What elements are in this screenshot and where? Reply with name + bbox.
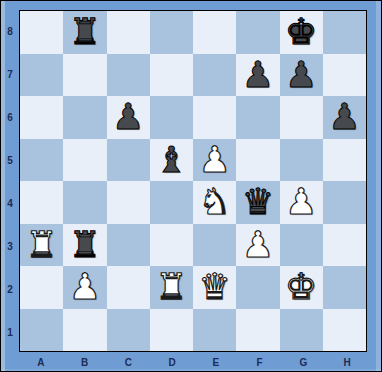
white-knight-icon: ♞	[198, 181, 230, 223]
square-h2[interactable]	[323, 266, 366, 309]
rank-label-2: 2	[1, 268, 19, 311]
square-d6[interactable]	[150, 96, 193, 139]
square-b6[interactable]	[63, 96, 106, 139]
square-a6[interactable]	[20, 96, 63, 139]
square-c5[interactable]	[107, 139, 150, 182]
square-f7[interactable]: ♟	[236, 54, 279, 97]
rank-label-6: 6	[1, 96, 19, 139]
square-c4[interactable]	[107, 181, 150, 224]
square-e8[interactable]	[193, 11, 236, 54]
square-b7[interactable]	[63, 54, 106, 97]
square-e5[interactable]: ♟	[193, 139, 236, 182]
square-f4[interactable]: ♛	[236, 181, 279, 224]
square-e6[interactable]	[193, 96, 236, 139]
file-label-d: D	[150, 353, 194, 372]
rank-label-1: 1	[1, 311, 19, 354]
square-d2[interactable]: ♜	[150, 266, 193, 309]
square-c7[interactable]	[107, 54, 150, 97]
square-d7[interactable]	[150, 54, 193, 97]
black-king-icon: ♚	[285, 11, 317, 53]
square-a4[interactable]	[20, 181, 63, 224]
file-label-b: B	[63, 353, 107, 372]
black-rook-icon: ♜	[69, 11, 101, 53]
square-h6[interactable]: ♟	[323, 96, 366, 139]
square-a3[interactable]: ♜	[20, 224, 63, 267]
square-h5[interactable]	[323, 139, 366, 182]
black-rook-icon: ♜	[69, 224, 101, 266]
white-queen-icon: ♛	[198, 266, 230, 308]
square-c8[interactable]	[107, 11, 150, 54]
file-label-f: F	[238, 353, 282, 372]
square-f3[interactable]: ♟	[236, 224, 279, 267]
rank-label-3: 3	[1, 225, 19, 268]
white-rook-icon: ♜	[25, 224, 57, 266]
rank-label-5: 5	[1, 139, 19, 182]
square-a8[interactable]	[20, 11, 63, 54]
square-b8[interactable]: ♜	[63, 11, 106, 54]
square-a1[interactable]	[20, 309, 63, 352]
square-g3[interactable]	[280, 224, 323, 267]
square-g8[interactable]: ♚	[280, 11, 323, 54]
square-e7[interactable]	[193, 54, 236, 97]
rank-label-7: 7	[1, 53, 19, 96]
square-b4[interactable]	[63, 181, 106, 224]
square-a5[interactable]	[20, 139, 63, 182]
white-rook-icon: ♜	[155, 266, 187, 308]
black-pawn-icon: ♟	[285, 54, 317, 96]
square-c1[interactable]	[107, 309, 150, 352]
black-pawn-icon: ♟	[242, 54, 274, 96]
square-f1[interactable]	[236, 309, 279, 352]
square-f8[interactable]	[236, 11, 279, 54]
square-b5[interactable]	[63, 139, 106, 182]
chess-diagram: 87654321 ♜♚♟♟♟♟♝♟♞♛♟♜♜♟♟♜♛♚ ABCDEFGH	[0, 0, 382, 372]
square-d4[interactable]	[150, 181, 193, 224]
file-label-a: A	[19, 353, 63, 372]
rank-label-4: 4	[1, 182, 19, 225]
square-d8[interactable]	[150, 11, 193, 54]
chess-board: ♜♚♟♟♟♟♝♟♞♛♟♜♜♟♟♜♛♚	[19, 10, 367, 352]
square-d1[interactable]	[150, 309, 193, 352]
square-f5[interactable]	[236, 139, 279, 182]
square-g2[interactable]: ♚	[280, 266, 323, 309]
square-c3[interactable]	[107, 224, 150, 267]
square-h3[interactable]	[323, 224, 366, 267]
file-label-h: H	[325, 353, 369, 372]
square-g5[interactable]	[280, 139, 323, 182]
file-labels: ABCDEFGH	[19, 353, 369, 372]
square-c2[interactable]	[107, 266, 150, 309]
file-label-g: G	[282, 353, 326, 372]
white-pawn-icon: ♟	[242, 224, 274, 266]
file-label-c: C	[107, 353, 151, 372]
white-king-icon: ♚	[285, 266, 317, 308]
square-f2[interactable]	[236, 266, 279, 309]
square-c6[interactable]: ♟	[107, 96, 150, 139]
square-b2[interactable]: ♟	[63, 266, 106, 309]
square-h8[interactable]	[323, 11, 366, 54]
white-pawn-icon: ♟	[285, 181, 317, 223]
white-pawn-icon: ♟	[69, 266, 101, 308]
square-h7[interactable]	[323, 54, 366, 97]
black-queen-icon: ♛	[242, 181, 274, 223]
square-g1[interactable]	[280, 309, 323, 352]
square-b3[interactable]: ♜	[63, 224, 106, 267]
square-e1[interactable]	[193, 309, 236, 352]
square-a2[interactable]	[20, 266, 63, 309]
black-bishop-icon: ♝	[155, 139, 187, 181]
rank-label-8: 8	[1, 10, 19, 53]
square-d5[interactable]: ♝	[150, 139, 193, 182]
square-d3[interactable]	[150, 224, 193, 267]
square-g7[interactable]: ♟	[280, 54, 323, 97]
square-g4[interactable]: ♟	[280, 181, 323, 224]
file-label-e: E	[194, 353, 238, 372]
black-pawn-icon: ♟	[112, 96, 144, 138]
square-f6[interactable]	[236, 96, 279, 139]
square-b1[interactable]	[63, 309, 106, 352]
square-e2[interactable]: ♛	[193, 266, 236, 309]
square-e4[interactable]: ♞	[193, 181, 236, 224]
black-pawn-icon: ♟	[328, 96, 360, 138]
square-e3[interactable]	[193, 224, 236, 267]
square-a7[interactable]	[20, 54, 63, 97]
square-h1[interactable]	[323, 309, 366, 352]
square-h4[interactable]	[323, 181, 366, 224]
rank-labels: 87654321	[1, 10, 19, 354]
white-pawn-icon: ♟	[198, 139, 230, 181]
square-g6[interactable]	[280, 96, 323, 139]
